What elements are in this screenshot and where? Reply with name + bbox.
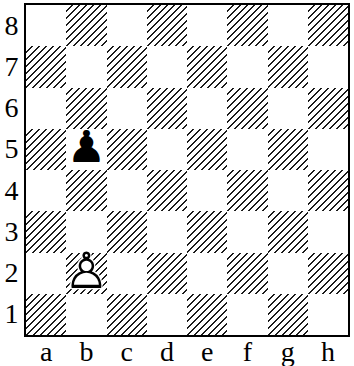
square-a4[interactable] xyxy=(26,170,66,211)
square-f2[interactable] xyxy=(227,253,267,294)
square-g6[interactable] xyxy=(268,88,308,129)
rank-label-5: 5 xyxy=(0,129,23,170)
black-pawn[interactable]: ♟ xyxy=(66,129,106,170)
square-c4[interactable] xyxy=(107,170,147,211)
square-a6[interactable] xyxy=(26,88,66,129)
file-label-b: b xyxy=(66,336,106,366)
rank-label-4: 4 xyxy=(0,170,23,211)
rank-labels: 87654321 xyxy=(0,3,23,337)
square-f1[interactable] xyxy=(227,294,267,335)
square-a5[interactable] xyxy=(26,129,66,170)
square-a2[interactable] xyxy=(26,253,66,294)
rank-label-7: 7 xyxy=(0,46,23,87)
square-g3[interactable] xyxy=(268,211,308,252)
square-c5[interactable] xyxy=(107,129,147,170)
square-b4[interactable] xyxy=(66,170,106,211)
square-g7[interactable] xyxy=(268,46,308,87)
white-pawn[interactable]: ♟♙ xyxy=(66,253,106,294)
square-d4[interactable] xyxy=(147,170,187,211)
square-h1[interactable] xyxy=(308,294,348,335)
rank-label-6: 6 xyxy=(0,88,23,129)
square-e5[interactable] xyxy=(187,129,227,170)
rank-label-8: 8 xyxy=(0,5,23,46)
square-f3[interactable] xyxy=(227,211,267,252)
file-label-a: a xyxy=(26,336,66,366)
square-d7[interactable] xyxy=(147,46,187,87)
square-a7[interactable] xyxy=(26,46,66,87)
square-a1[interactable] xyxy=(26,294,66,335)
square-b1[interactable] xyxy=(66,294,106,335)
square-a3[interactable] xyxy=(26,211,66,252)
white-pawn-glyph: ♙ xyxy=(64,246,109,296)
square-b7[interactable] xyxy=(66,46,106,87)
square-f7[interactable] xyxy=(227,46,267,87)
square-h6[interactable] xyxy=(308,88,348,129)
rank-label-3: 3 xyxy=(0,211,23,252)
file-label-g: g xyxy=(268,336,308,366)
square-d5[interactable] xyxy=(147,129,187,170)
file-labels: abcdefgh xyxy=(24,336,350,366)
square-d1[interactable] xyxy=(147,294,187,335)
square-f6[interactable] xyxy=(227,88,267,129)
square-e7[interactable] xyxy=(187,46,227,87)
square-h8[interactable] xyxy=(308,5,348,46)
square-c3[interactable] xyxy=(107,211,147,252)
square-c8[interactable] xyxy=(107,5,147,46)
square-d2[interactable] xyxy=(147,253,187,294)
square-h4[interactable] xyxy=(308,170,348,211)
square-h3[interactable] xyxy=(308,211,348,252)
rank-label-1: 1 xyxy=(0,294,23,335)
file-label-e: e xyxy=(187,336,227,366)
square-e2[interactable] xyxy=(187,253,227,294)
square-a8[interactable] xyxy=(26,5,66,46)
square-h5[interactable] xyxy=(308,129,348,170)
square-g5[interactable] xyxy=(268,129,308,170)
file-label-c: c xyxy=(107,336,147,366)
board: ♟♟♙ xyxy=(24,3,350,337)
square-g1[interactable] xyxy=(268,294,308,335)
file-label-h: h xyxy=(308,336,348,366)
square-d3[interactable] xyxy=(147,211,187,252)
rank-label-2: 2 xyxy=(0,253,23,294)
file-label-f: f xyxy=(227,336,267,366)
square-d6[interactable] xyxy=(147,88,187,129)
square-c2[interactable] xyxy=(107,253,147,294)
square-g8[interactable] xyxy=(268,5,308,46)
square-e3[interactable] xyxy=(187,211,227,252)
square-d8[interactable] xyxy=(147,5,187,46)
square-h2[interactable] xyxy=(308,253,348,294)
square-g2[interactable] xyxy=(268,253,308,294)
square-c7[interactable] xyxy=(107,46,147,87)
square-b2[interactable]: ♟♙ xyxy=(66,253,106,294)
square-e8[interactable] xyxy=(187,5,227,46)
square-b8[interactable] xyxy=(66,5,106,46)
square-h7[interactable] xyxy=(308,46,348,87)
square-b5[interactable]: ♟ xyxy=(66,129,106,170)
chess-diagram: ♟♟♙ 87654321 abcdefgh xyxy=(0,0,354,366)
square-g4[interactable] xyxy=(268,170,308,211)
square-c6[interactable] xyxy=(107,88,147,129)
square-f4[interactable] xyxy=(227,170,267,211)
square-f5[interactable] xyxy=(227,129,267,170)
square-e4[interactable] xyxy=(187,170,227,211)
square-e1[interactable] xyxy=(187,294,227,335)
black-pawn-glyph: ♟ xyxy=(67,126,106,170)
square-c1[interactable] xyxy=(107,294,147,335)
square-f8[interactable] xyxy=(227,5,267,46)
square-e6[interactable] xyxy=(187,88,227,129)
file-label-d: d xyxy=(147,336,187,366)
